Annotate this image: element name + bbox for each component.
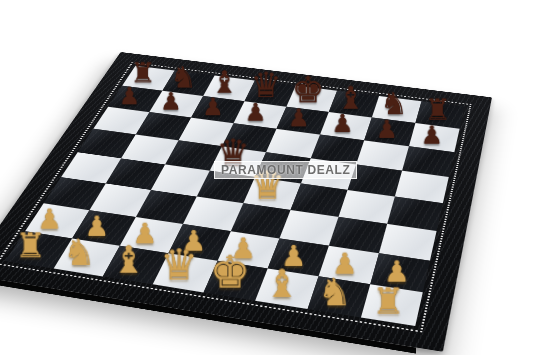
piece-light-pawn: ♟	[319, 249, 371, 278]
square-h5	[395, 171, 449, 204]
piece-dark-bishop: ♝	[203, 66, 246, 97]
square-g1: ♞	[308, 276, 371, 317]
square-f3	[279, 210, 338, 246]
product-photo-scene: ♜♞♝♛♚♝♞♜♟♟♟♟♟♟♟♟♛♛♟♟♟♟♟♟♟♟♜♞♝♛♚♝♞♜ PARAM…	[0, 0, 533, 355]
piece-light-pawn: ♟	[168, 227, 219, 255]
square-g7: ♟	[364, 118, 415, 147]
piece-dark-pawn: ♟	[364, 117, 409, 142]
piece-dark-pawn: ♟	[320, 111, 365, 136]
piece-dark-pawn: ♟	[409, 123, 454, 148]
square-g2: ♟	[319, 246, 379, 285]
square-h3	[379, 224, 437, 261]
chess-board: ♜♞♝♛♚♝♞♜♟♟♟♟♟♟♟♟♛♛♟♟♟♟♟♟♟♟♜♞♝♛♚♝♞♜	[0, 52, 492, 352]
piece-dark-knight: ♞	[372, 88, 416, 119]
piece-dark-pawn: ♟	[149, 89, 193, 113]
piece-dark-rook: ♜	[416, 95, 460, 124]
playing-area: ♜♞♝♛♚♝♞♜♟♟♟♟♟♟♟♟♛♛♟♟♟♟♟♟♟♟♜♞♝♛♚♝♞♜	[5, 66, 464, 326]
piece-dark-bishop: ♝	[329, 82, 373, 114]
piece-dark-rook: ♜	[122, 59, 164, 87]
piece-light-pawn: ♟	[268, 242, 320, 271]
watermark: PARAMOUNT DEALZ	[214, 161, 357, 179]
square-e6	[266, 129, 320, 158]
piece-light-rook: ♜	[361, 284, 416, 320]
piece-light-pawn: ♟	[25, 205, 75, 233]
piece-light-pawn: ♟	[371, 257, 424, 286]
piece-dark-king: ♚	[286, 71, 329, 108]
piece-dark-pawn: ♟	[108, 84, 151, 108]
square-f1: ♝	[255, 269, 318, 309]
square-h2: ♟	[370, 253, 430, 292]
square-g4	[338, 190, 394, 224]
square-a4	[61, 152, 121, 183]
square-h6	[402, 146, 454, 177]
piece-light-knight: ♞	[53, 234, 105, 271]
square-h1: ♜	[361, 284, 423, 326]
